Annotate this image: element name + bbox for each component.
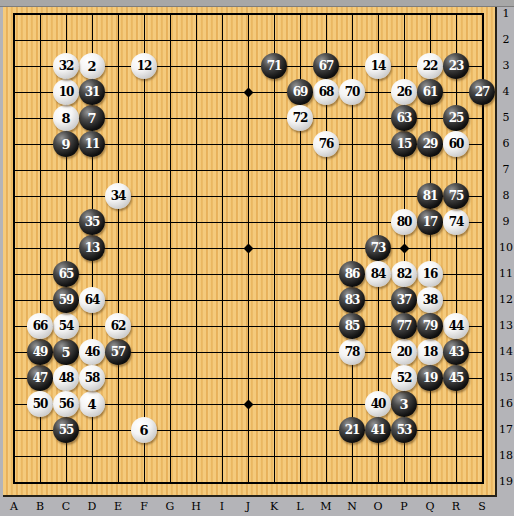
stone-white-74[interactable]: 74	[443, 209, 469, 235]
stone-white-18[interactable]: 18	[417, 339, 443, 365]
stone-black-59[interactable]: 59	[53, 287, 79, 313]
move-number: 35	[85, 216, 100, 228]
stone-black-49[interactable]: 49	[27, 339, 53, 365]
star-point	[243, 243, 253, 253]
stone-black-27[interactable]: 27	[469, 79, 495, 105]
stone-white-62[interactable]: 62	[105, 313, 131, 339]
move-number: 47	[33, 372, 48, 384]
move-number: 44	[449, 320, 464, 332]
move-number: 78	[345, 346, 360, 358]
stone-white-78[interactable]: 78	[339, 339, 365, 365]
move-number: 79	[423, 320, 438, 332]
col-label-R: R	[445, 500, 467, 513]
move-number: 77	[397, 320, 412, 332]
move-number: 55	[59, 424, 74, 436]
move-number: 7	[87, 112, 96, 125]
move-number: 34	[111, 190, 126, 202]
grid-line-vertical	[274, 14, 275, 483]
go-kifu-viewer: 2345678910111213141516171819202122232526…	[0, 0, 514, 516]
stone-white-52[interactable]: 52	[391, 365, 417, 391]
stone-white-80[interactable]: 80	[391, 209, 417, 235]
col-label-B: B	[29, 500, 51, 513]
move-number: 16	[423, 268, 438, 280]
stone-black-35[interactable]: 35	[79, 209, 105, 235]
move-number: 82	[397, 268, 412, 280]
stone-white-20[interactable]: 20	[391, 339, 417, 365]
row-label-6: 6	[498, 137, 514, 150]
col-label-E: E	[107, 500, 129, 513]
move-number: 45	[449, 372, 464, 384]
stone-black-63[interactable]: 63	[391, 105, 417, 131]
grid-line-horizontal	[14, 482, 483, 483]
move-number: 74	[449, 216, 464, 228]
move-number: 17	[423, 216, 438, 228]
move-number: 73	[371, 242, 386, 254]
row-label-8: 8	[498, 189, 514, 202]
move-number: 19	[423, 372, 438, 384]
star-point	[399, 243, 409, 253]
move-number: 4	[87, 398, 96, 411]
stone-white-32[interactable]: 32	[53, 53, 79, 79]
move-number: 9	[61, 138, 70, 151]
row-label-10: 10	[498, 241, 514, 254]
stone-white-14[interactable]: 14	[365, 53, 391, 79]
col-label-Q: Q	[419, 500, 441, 513]
move-number: 8	[61, 112, 70, 125]
stone-white-34[interactable]: 34	[105, 183, 131, 209]
stone-white-84[interactable]: 84	[365, 261, 391, 287]
move-number: 70	[345, 86, 360, 98]
move-number: 52	[397, 372, 412, 384]
col-label-F: F	[133, 500, 155, 513]
move-number: 14	[371, 60, 386, 72]
move-number: 84	[371, 268, 386, 280]
stone-white-26[interactable]: 26	[391, 79, 417, 105]
move-number: 23	[449, 60, 464, 72]
stone-white-68[interactable]: 68	[313, 79, 339, 105]
move-number: 58	[85, 372, 100, 384]
move-number: 37	[397, 294, 412, 306]
move-number: 65	[59, 268, 74, 280]
row-label-11: 11	[498, 267, 514, 280]
move-number: 29	[423, 138, 438, 150]
stone-black-73[interactable]: 73	[365, 235, 391, 261]
move-number: 54	[59, 320, 74, 332]
move-number: 66	[33, 320, 48, 332]
stone-black-57[interactable]: 57	[105, 339, 131, 365]
move-number: 53	[397, 424, 412, 436]
move-number: 80	[397, 216, 412, 228]
stone-white-44[interactable]: 44	[443, 313, 469, 339]
row-label-2: 2	[498, 33, 514, 46]
stone-white-6[interactable]: 6	[131, 417, 157, 443]
stone-black-21[interactable]: 21	[339, 417, 365, 443]
col-label-K: K	[263, 500, 285, 513]
stone-black-77[interactable]: 77	[391, 313, 417, 339]
move-number: 26	[397, 86, 412, 98]
stone-black-86[interactable]: 86	[339, 261, 365, 287]
stone-white-56[interactable]: 56	[53, 391, 79, 417]
col-label-M: M	[315, 500, 337, 513]
stone-black-83[interactable]: 83	[339, 287, 365, 313]
move-number: 38	[423, 294, 438, 306]
move-number: 56	[59, 398, 74, 410]
stone-white-40[interactable]: 40	[365, 391, 391, 417]
move-number: 76	[319, 138, 334, 150]
col-label-H: H	[185, 500, 207, 513]
stone-black-65[interactable]: 65	[53, 261, 79, 287]
move-number: 50	[33, 398, 48, 410]
move-number: 64	[85, 294, 100, 306]
move-number: 40	[371, 398, 386, 410]
stone-black-75[interactable]: 75	[443, 183, 469, 209]
stone-black-43[interactable]: 43	[443, 339, 469, 365]
stone-white-70[interactable]: 70	[339, 79, 365, 105]
stone-black-23[interactable]: 23	[443, 53, 469, 79]
stone-white-16[interactable]: 16	[417, 261, 443, 287]
stone-white-22[interactable]: 22	[417, 53, 443, 79]
stone-black-69[interactable]: 69	[287, 79, 313, 105]
move-number: 5	[61, 346, 70, 359]
stone-black-3[interactable]: 3	[391, 391, 417, 417]
stone-white-64[interactable]: 64	[79, 287, 105, 313]
top-margin-strip	[0, 0, 514, 7]
row-label-16: 16	[498, 397, 514, 410]
star-point	[243, 399, 253, 409]
row-label-18: 18	[498, 449, 514, 462]
stone-white-4[interactable]: 4	[79, 391, 105, 417]
move-number: 83	[345, 294, 360, 306]
stone-black-45[interactable]: 45	[443, 365, 469, 391]
stone-black-17[interactable]: 17	[417, 209, 443, 235]
move-number: 3	[399, 398, 408, 411]
row-label-19: 19	[498, 475, 514, 488]
move-number: 22	[423, 60, 438, 72]
row-label-7: 7	[498, 163, 514, 176]
stone-black-19[interactable]: 19	[417, 365, 443, 391]
row-label-3: 3	[498, 59, 514, 72]
move-number: 62	[111, 320, 126, 332]
stone-white-58[interactable]: 58	[79, 365, 105, 391]
row-label-12: 12	[498, 293, 514, 306]
row-label-5: 5	[498, 111, 514, 124]
move-number: 75	[449, 190, 464, 202]
move-number: 11	[85, 138, 100, 150]
col-label-N: N	[341, 500, 363, 513]
move-number: 20	[397, 346, 412, 358]
row-label-17: 17	[498, 423, 514, 436]
move-number: 12	[137, 60, 152, 72]
row-label-13: 13	[498, 319, 514, 332]
stone-white-48[interactable]: 48	[53, 365, 79, 391]
move-number: 72	[293, 112, 308, 124]
stone-white-66[interactable]: 66	[27, 313, 53, 339]
stone-black-13[interactable]: 13	[79, 235, 105, 261]
move-number: 2	[87, 60, 96, 73]
stone-white-12[interactable]: 12	[131, 53, 157, 79]
stone-white-60[interactable]: 60	[443, 131, 469, 157]
move-number: 85	[345, 320, 360, 332]
move-number: 13	[85, 242, 100, 254]
move-number: 46	[85, 346, 100, 358]
stone-black-31[interactable]: 31	[79, 79, 105, 105]
stone-black-7[interactable]: 7	[79, 105, 105, 131]
stone-white-72[interactable]: 72	[287, 105, 313, 131]
move-number: 18	[423, 346, 438, 358]
move-number: 48	[59, 372, 74, 384]
col-label-J: J	[237, 500, 259, 513]
move-number: 81	[423, 190, 438, 202]
col-label-I: I	[211, 500, 233, 513]
stone-white-10[interactable]: 10	[53, 79, 79, 105]
stone-black-67[interactable]: 67	[313, 53, 339, 79]
col-label-P: P	[393, 500, 415, 513]
move-number: 69	[293, 86, 308, 98]
move-number: 15	[397, 138, 412, 150]
col-label-O: O	[367, 500, 389, 513]
stone-white-8[interactable]: 8	[53, 105, 79, 131]
move-number: 6	[139, 424, 148, 437]
move-number: 61	[423, 86, 438, 98]
stone-black-79[interactable]: 79	[417, 313, 443, 339]
stone-white-82[interactable]: 82	[391, 261, 417, 287]
col-label-S: S	[471, 500, 493, 513]
move-number: 68	[319, 86, 334, 98]
stone-black-55[interactable]: 55	[53, 417, 79, 443]
stone-black-9[interactable]: 9	[53, 131, 79, 157]
stone-black-71[interactable]: 71	[261, 53, 287, 79]
row-label-15: 15	[498, 371, 514, 384]
col-label-D: D	[81, 500, 103, 513]
stone-black-81[interactable]: 81	[417, 183, 443, 209]
move-number: 25	[449, 112, 464, 124]
stone-white-2[interactable]: 2	[79, 53, 105, 79]
move-number: 31	[85, 86, 100, 98]
row-label-4: 4	[498, 85, 514, 98]
stone-black-25[interactable]: 25	[443, 105, 469, 131]
star-point	[243, 87, 253, 97]
move-number: 57	[111, 346, 126, 358]
grid-line-horizontal	[14, 456, 483, 457]
col-label-A: A	[3, 500, 25, 513]
move-number: 63	[397, 112, 412, 124]
move-number: 49	[33, 346, 48, 358]
stone-black-5[interactable]: 5	[53, 339, 79, 365]
row-label-14: 14	[498, 345, 514, 358]
move-number: 27	[475, 86, 490, 98]
stone-black-15[interactable]: 15	[391, 131, 417, 157]
stone-white-54[interactable]: 54	[53, 313, 79, 339]
stone-white-50[interactable]: 50	[27, 391, 53, 417]
stone-white-38[interactable]: 38	[417, 287, 443, 313]
stone-white-46[interactable]: 46	[79, 339, 105, 365]
go-board[interactable]: 2345678910111213141516171819202122232526…	[3, 7, 497, 497]
move-number: 60	[449, 138, 464, 150]
stone-black-47[interactable]: 47	[27, 365, 53, 391]
move-number: 21	[345, 424, 360, 436]
row-label-9: 9	[498, 215, 514, 228]
move-number: 32	[59, 60, 74, 72]
stone-white-76[interactable]: 76	[313, 131, 339, 157]
move-number: 43	[449, 346, 464, 358]
move-number: 86	[345, 268, 360, 280]
grid-line-vertical	[456, 14, 457, 483]
move-number: 10	[59, 86, 74, 98]
stone-black-37[interactable]: 37	[391, 287, 417, 313]
row-label-1: 1	[498, 7, 514, 20]
stone-black-41[interactable]: 41	[365, 417, 391, 443]
stone-black-61[interactable]: 61	[417, 79, 443, 105]
move-number: 41	[371, 424, 386, 436]
stone-black-85[interactable]: 85	[339, 313, 365, 339]
col-label-C: C	[55, 500, 77, 513]
move-number: 67	[319, 60, 334, 72]
col-label-L: L	[289, 500, 311, 513]
stone-black-11[interactable]: 11	[79, 131, 105, 157]
move-number: 71	[267, 60, 282, 72]
col-label-G: G	[159, 500, 181, 513]
stone-black-29[interactable]: 29	[417, 131, 443, 157]
stone-black-53[interactable]: 53	[391, 417, 417, 443]
move-number: 59	[59, 294, 74, 306]
